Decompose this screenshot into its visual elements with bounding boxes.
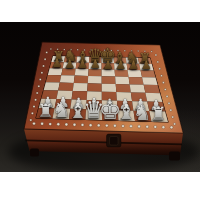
inlay-dot [162,82,164,84]
screenshot-matte: ♜♞♝♛♚♝♞♜♟♟♟♟♟♟♟♟♟♟♟♟♟♟♟♟♜♞♝♛♚♝♞♜ [0,0,200,200]
box-foot-left [30,149,39,157]
inlay-dot [36,92,38,94]
white-rook[interactable]: ♜ [37,100,53,121]
chess-board-scene: ♜♞♝♛♚♝♞♜♟♟♟♟♟♟♟♟♟♟♟♟♟♟♟♟♜♞♝♛♚♝♞♜ [0,22,200,172]
inlay-dot [33,105,35,107]
inlay-dot [164,88,166,90]
inlay-dot [155,54,157,56]
box-foot-right [169,152,180,161]
black-pawn[interactable]: ♟ [141,58,151,72]
black-pawn[interactable]: ♟ [128,58,138,72]
inlay-dot [168,102,170,104]
inlay-dot [157,61,159,63]
inlay-dot [44,58,46,60]
inlay-dot [154,125,157,128]
white-knight[interactable]: ♞ [133,101,152,125]
inlay-dot [43,65,45,67]
inlay-dot [138,125,141,128]
black-pawn[interactable]: ♟ [64,57,74,71]
inlay-dot [57,123,60,126]
inlay-dot [35,99,37,101]
black-pawn[interactable]: ♟ [90,57,100,71]
inlay-dot [46,51,48,53]
inlay-dot [31,112,33,114]
inlay-dot [146,125,149,128]
inlay-dot [122,125,125,128]
black-pawn[interactable]: ♟ [52,56,62,70]
inlay-dot [172,116,174,118]
inlay-dot [113,124,116,127]
inlay-dot [159,68,161,70]
inlay-dot [151,51,153,53]
inlay-dot [162,126,165,129]
inlay-dot [160,75,162,77]
inlay-dot [41,72,43,74]
inlay-dot [170,126,173,129]
inlay-dot [41,122,44,125]
inlay-dot [173,123,175,125]
inlay-dot [49,123,52,126]
black-pawn[interactable]: ♟ [115,58,125,72]
inlay-dot [130,125,133,128]
black-pawn[interactable]: ♟ [103,58,113,72]
inlay-dot [73,123,76,126]
inlay-dot [39,78,41,80]
white-rook[interactable]: ♜ [150,103,166,124]
inlay-dot [170,109,172,111]
inlay-dot [38,85,40,87]
inlay-dot [33,122,36,125]
chess-set-photo: ♜♞♝♛♚♝♞♜♟♟♟♟♟♟♟♟♟♟♟♟♟♟♟♟♜♞♝♛♚♝♞♜ [0,22,200,172]
inlay-dot [30,119,32,121]
inlay-dot [65,123,68,126]
box-latch-clasp [110,137,119,146]
inlay-dot [166,95,168,97]
black-pawn[interactable]: ♟ [77,57,87,71]
